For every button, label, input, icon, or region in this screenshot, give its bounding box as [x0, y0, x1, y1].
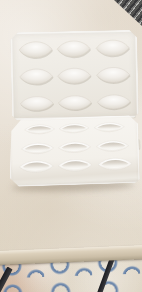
egg-dome-pit	[95, 90, 132, 114]
egg-dome-pit	[57, 91, 94, 115]
pit-row	[18, 61, 132, 89]
egg-cup-pit	[23, 121, 56, 137]
egg-cup-pit	[94, 136, 130, 155]
egg-dome-pit	[56, 35, 93, 62]
lid-pit-grid	[17, 35, 132, 116]
base-pit-grid	[19, 117, 131, 176]
egg-cup-pit	[57, 155, 95, 176]
egg-box-lid	[10, 30, 139, 121]
pit-row	[17, 154, 133, 177]
pit-row	[23, 119, 126, 138]
egg-cup-pit	[17, 156, 55, 177]
egg-cup-pit	[20, 139, 56, 158]
egg-cup-pit	[57, 138, 93, 157]
egg-cup-pit	[92, 119, 125, 135]
egg-dome-pit	[17, 36, 54, 63]
egg-dome-pit	[18, 92, 55, 116]
egg-box-base-tray	[8, 115, 140, 187]
egg-dome-pit	[18, 63, 55, 89]
egg-dome-pit	[94, 61, 131, 87]
photo-scene	[0, 0, 142, 292]
egg-dome-pit	[94, 34, 131, 61]
pit-row	[17, 34, 131, 63]
egg-cup-pit	[58, 120, 91, 136]
egg-cup-pit	[96, 154, 134, 175]
pit-row	[18, 90, 131, 116]
egg-dome-pit	[56, 62, 93, 88]
